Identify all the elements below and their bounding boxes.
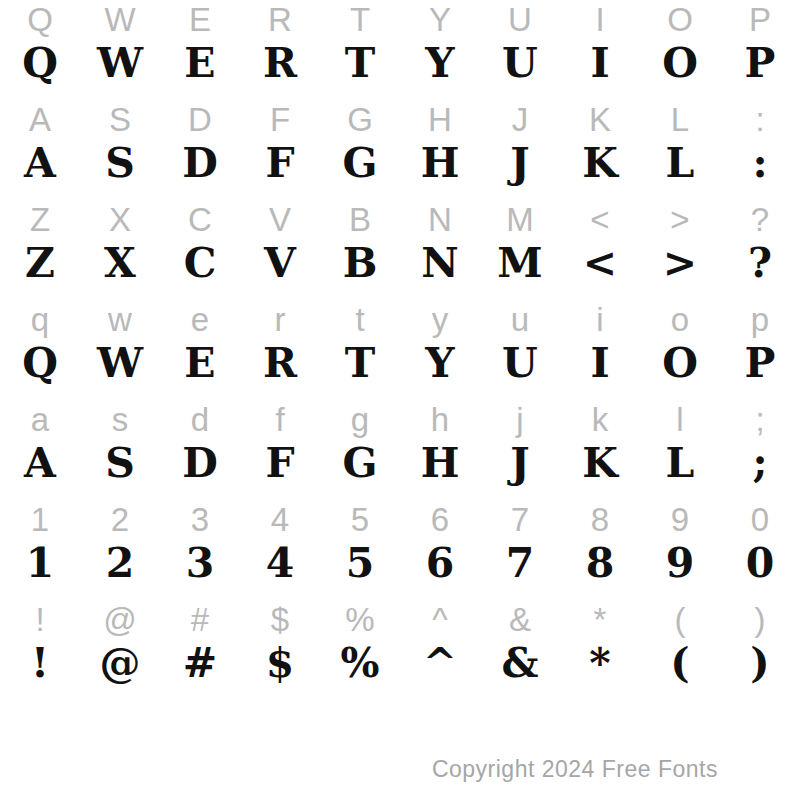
ref-char-cell: C (160, 200, 240, 240)
glyph-char-cell: E (160, 40, 240, 100)
glyph-char-cell: : (720, 140, 800, 200)
glyph-char-cell: F (240, 440, 320, 500)
ref-char-cell: L (640, 100, 720, 140)
glyph-char-cell: K (560, 440, 640, 500)
ref-char-cell: y (400, 300, 480, 340)
glyph-char-cell: H (400, 440, 480, 500)
ref-char-cell: W (80, 0, 160, 40)
glyph-char-cell: 1 (0, 540, 80, 600)
ref-char-cell: 6 (400, 500, 480, 540)
glyph-char-cell: * (560, 640, 640, 700)
ref-char-cell: ) (720, 600, 800, 640)
glyph-char-cell: 5 (320, 540, 400, 600)
ref-char-cell: K (560, 100, 640, 140)
glyph-char-cell: O (640, 340, 720, 400)
ref-char-cell: u (480, 300, 560, 340)
glyph-char-cell: G (320, 140, 400, 200)
glyph-char-cell: $ (240, 640, 320, 700)
ref-char-cell: D (160, 100, 240, 140)
ref-char-cell: % (320, 600, 400, 640)
glyph-char-cell: R (240, 40, 320, 100)
ref-char-cell: O (640, 0, 720, 40)
ref-char-cell: d (160, 400, 240, 440)
glyph-char-cell: J (480, 440, 560, 500)
ref-char-cell: p (720, 300, 800, 340)
glyph-char-cell: 4 (240, 540, 320, 600)
glyph-char-cell: K (560, 140, 640, 200)
glyph-char-cell: F (240, 140, 320, 200)
ref-char-cell: R (240, 0, 320, 40)
glyph-char-cell: D (160, 140, 240, 200)
ref-char-cell: I (560, 0, 640, 40)
ref-char-cell: ( (640, 600, 720, 640)
glyph-char-cell: 6 (400, 540, 480, 600)
glyph-char-cell: T (320, 40, 400, 100)
ref-char-cell: 1 (0, 500, 80, 540)
glyph-char-cell: T (320, 340, 400, 400)
ref-char-cell: l (640, 400, 720, 440)
ref-char-cell: $ (240, 600, 320, 640)
glyph-char-cell: L (640, 440, 720, 500)
glyph-char-cell: ^ (400, 640, 480, 700)
ref-char-cell: V (240, 200, 320, 240)
glyph-char-cell: & (480, 640, 560, 700)
ref-char-cell: j (480, 400, 560, 440)
ref-char-cell: ! (0, 600, 80, 640)
ref-char-cell: 5 (320, 500, 400, 540)
ref-char-cell: Y (400, 0, 480, 40)
glyph-char-cell: ? (720, 240, 800, 300)
ref-char-cell: @ (80, 600, 160, 640)
ref-char-cell: E (160, 0, 240, 40)
glyph-char-cell: C (160, 240, 240, 300)
ref-char-cell: q (0, 300, 80, 340)
ref-char-cell: ? (720, 200, 800, 240)
glyph-char-cell: H (400, 140, 480, 200)
glyph-char-cell: ; (720, 440, 800, 500)
ref-char-cell: 8 (560, 500, 640, 540)
glyph-char-cell: A (0, 440, 80, 500)
glyph-char-cell: 8 (560, 540, 640, 600)
glyph-char-cell: P (720, 40, 800, 100)
glyph-char-cell: V (240, 240, 320, 300)
ref-char-cell: P (720, 0, 800, 40)
ref-char-cell: * (560, 600, 640, 640)
ref-char-cell: 3 (160, 500, 240, 540)
glyph-char-cell: ! (0, 640, 80, 700)
glyph-char-cell: W (80, 40, 160, 100)
glyph-char-cell: @ (80, 640, 160, 700)
ref-char-cell: g (320, 400, 400, 440)
ref-char-cell: a (0, 400, 80, 440)
ref-char-cell: G (320, 100, 400, 140)
glyph-char-cell: ( (640, 640, 720, 700)
ref-char-cell: Q (0, 0, 80, 40)
font-specimen-page: QWERTYUIOPQWERTYUIOPASDFGHJKL:ASDFGHJKL:… (0, 0, 800, 800)
ref-char-cell: s (80, 400, 160, 440)
glyph-char-cell: W (80, 340, 160, 400)
ref-char-cell: U (480, 0, 560, 40)
ref-char-cell: N (400, 200, 480, 240)
ref-char-cell: r (240, 300, 320, 340)
ref-char-cell: w (80, 300, 160, 340)
glyph-char-cell: U (480, 340, 560, 400)
glyph-char-cell: Q (0, 40, 80, 100)
ref-char-cell: Z (0, 200, 80, 240)
glyph-char-cell: X (80, 240, 160, 300)
ref-char-cell: ; (720, 400, 800, 440)
ref-char-cell: T (320, 0, 400, 40)
ref-char-cell: # (160, 600, 240, 640)
ref-char-cell: f (240, 400, 320, 440)
ref-char-cell: k (560, 400, 640, 440)
copyright-text: Copyright 2024 Free Fonts (432, 756, 718, 783)
glyph-char-cell: S (80, 140, 160, 200)
glyph-char-cell: 0 (720, 540, 800, 600)
glyph-char-cell: I (560, 40, 640, 100)
ref-char-cell: o (640, 300, 720, 340)
glyph-char-cell: D (160, 440, 240, 500)
ref-char-cell: A (0, 100, 80, 140)
glyph-char-cell: U (480, 40, 560, 100)
ref-char-cell: e (160, 300, 240, 340)
ref-char-cell: J (480, 100, 560, 140)
ref-char-cell: 0 (720, 500, 800, 540)
glyph-char-cell: % (320, 640, 400, 700)
glyph-char-cell: < (560, 240, 640, 300)
character-grid: QWERTYUIOPQWERTYUIOPASDFGHJKL:ASDFGHJKL:… (0, 0, 800, 700)
glyph-char-cell: J (480, 140, 560, 200)
glyph-char-cell: I (560, 340, 640, 400)
glyph-char-cell: Q (0, 340, 80, 400)
glyph-char-cell: B (320, 240, 400, 300)
glyph-char-cell: # (160, 640, 240, 700)
glyph-char-cell: G (320, 440, 400, 500)
glyph-char-cell: Z (0, 240, 80, 300)
glyph-char-cell: L (640, 140, 720, 200)
ref-char-cell: 9 (640, 500, 720, 540)
glyph-char-cell: 7 (480, 540, 560, 600)
ref-char-cell: M (480, 200, 560, 240)
glyph-char-cell: M (480, 240, 560, 300)
glyph-char-cell: 3 (160, 540, 240, 600)
glyph-char-cell: ) (720, 640, 800, 700)
ref-char-cell: 2 (80, 500, 160, 540)
ref-char-cell: ^ (400, 600, 480, 640)
ref-char-cell: t (320, 300, 400, 340)
ref-char-cell: X (80, 200, 160, 240)
ref-char-cell: F (240, 100, 320, 140)
glyph-char-cell: S (80, 440, 160, 500)
ref-char-cell: : (720, 100, 800, 140)
glyph-char-cell: P (720, 340, 800, 400)
glyph-char-cell: R (240, 340, 320, 400)
glyph-char-cell: E (160, 340, 240, 400)
ref-char-cell: 7 (480, 500, 560, 540)
glyph-char-cell: 9 (640, 540, 720, 600)
glyph-char-cell: 2 (80, 540, 160, 600)
ref-char-cell: > (640, 200, 720, 240)
glyph-char-cell: O (640, 40, 720, 100)
glyph-char-cell: Y (400, 40, 480, 100)
glyph-char-cell: N (400, 240, 480, 300)
ref-char-cell: i (560, 300, 640, 340)
glyph-char-cell: Y (400, 340, 480, 400)
ref-char-cell: S (80, 100, 160, 140)
ref-char-cell: B (320, 200, 400, 240)
ref-char-cell: < (560, 200, 640, 240)
ref-char-cell: h (400, 400, 480, 440)
glyph-char-cell: A (0, 140, 80, 200)
ref-char-cell: H (400, 100, 480, 140)
ref-char-cell: 4 (240, 500, 320, 540)
glyph-char-cell: > (640, 240, 720, 300)
ref-char-cell: & (480, 600, 560, 640)
